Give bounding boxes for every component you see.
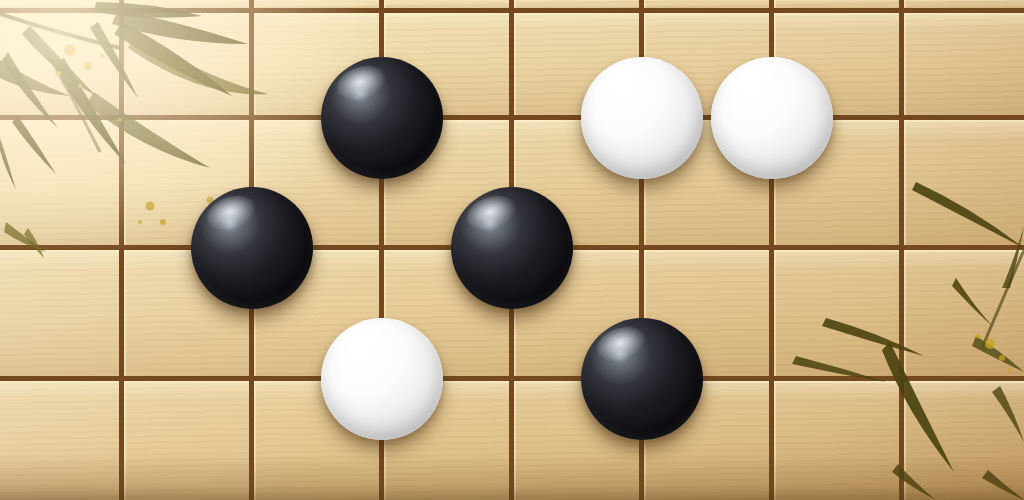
black-stone	[321, 57, 443, 179]
board-cell	[769, 0, 899, 8]
gomoku-board[interactable]	[0, 0, 1024, 500]
board-cell	[0, 8, 119, 115]
white-stone	[581, 57, 703, 179]
board-cell	[639, 0, 769, 8]
board-cell	[769, 376, 899, 500]
board-cell	[0, 115, 119, 245]
black-stone	[451, 187, 573, 309]
white-stone	[711, 57, 833, 179]
board-cell	[379, 0, 509, 8]
board-cell	[0, 245, 119, 376]
black-stone	[581, 318, 703, 440]
board-cell	[899, 8, 1024, 115]
board-cell	[899, 245, 1024, 376]
board-cell	[119, 376, 249, 500]
board-cell	[769, 245, 899, 376]
white-stone	[321, 318, 443, 440]
black-stone	[191, 187, 313, 309]
board-cell	[0, 376, 119, 500]
board-cell	[899, 115, 1024, 245]
board-cell	[249, 0, 379, 8]
board-cell	[0, 0, 119, 8]
board-cell	[119, 8, 249, 115]
board-cell	[509, 0, 639, 8]
board-cell	[119, 0, 249, 8]
board-cell	[899, 376, 1024, 500]
board-cell	[899, 0, 1024, 8]
